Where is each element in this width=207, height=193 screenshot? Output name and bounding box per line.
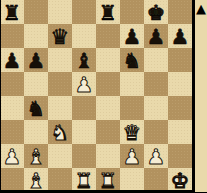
white-pawn: ♟ [123,145,142,169]
square-h6[interactable] [168,48,192,72]
square-d7[interactable] [72,24,96,48]
square-b4[interactable]: ♞ [24,96,48,120]
black-pawn: ♟ [147,25,166,49]
square-b3[interactable] [24,120,48,144]
square-c8[interactable] [48,0,72,24]
square-e3[interactable] [96,120,120,144]
black-pawn: ♟ [3,49,22,73]
square-a6[interactable]: ♟ [0,48,24,72]
square-f8[interactable] [120,0,144,24]
square-c1[interactable] [48,168,72,192]
chess-app-window: ♜♜♚♛♟♟♟♟♟♝♞♟♞♞♛♟♝♟♟♝♜♜♚ ▲ [0,0,207,192]
square-d3[interactable] [72,120,96,144]
black-knight: ♞ [123,49,142,73]
white-king: ♚ [171,169,190,193]
square-b1[interactable]: ♝ [24,168,48,192]
chess-board: ♜♜♚♛♟♟♟♟♟♝♞♟♞♞♛♟♝♟♟♝♜♜♚ [0,0,192,192]
board-bottom-border [0,190,192,192]
square-e1[interactable]: ♜ [96,168,120,192]
white-bishop: ♝ [27,169,46,193]
black-pawn: ♟ [171,25,190,49]
black-pawn: ♟ [123,25,142,49]
black-pawn: ♟ [27,49,46,73]
square-c5[interactable] [48,72,72,96]
white-queen: ♛ [123,121,142,145]
square-g6[interactable] [144,48,168,72]
square-g2[interactable]: ♟ [144,144,168,168]
square-c3[interactable]: ♞ [48,120,72,144]
square-d6[interactable]: ♝ [72,48,96,72]
white-bishop: ♝ [27,145,46,169]
square-h5[interactable] [168,72,192,96]
square-g5[interactable] [144,72,168,96]
square-g4[interactable] [144,96,168,120]
square-e8[interactable]: ♜ [96,0,120,24]
black-bishop: ♝ [75,49,94,73]
side-to-move-indicator-icon: ▲ [196,2,206,15]
square-a1[interactable] [0,168,24,192]
white-knight: ♞ [51,121,70,145]
square-c6[interactable] [48,48,72,72]
square-f3[interactable]: ♛ [120,120,144,144]
square-d5[interactable]: ♟ [72,72,96,96]
square-d2[interactable] [72,144,96,168]
square-c4[interactable] [48,96,72,120]
square-e6[interactable] [96,48,120,72]
square-h3[interactable] [168,120,192,144]
square-g7[interactable]: ♟ [144,24,168,48]
square-a3[interactable] [0,120,24,144]
square-f1[interactable] [120,168,144,192]
square-d8[interactable] [72,0,96,24]
square-g1[interactable] [144,168,168,192]
square-b7[interactable] [24,24,48,48]
square-f2[interactable]: ♟ [120,144,144,168]
black-rook: ♜ [99,1,118,25]
square-b5[interactable] [24,72,48,96]
square-f7[interactable]: ♟ [120,24,144,48]
square-h1[interactable]: ♚ [168,168,192,192]
square-h2[interactable] [168,144,192,168]
square-g8[interactable]: ♚ [144,0,168,24]
square-b2[interactable]: ♝ [24,144,48,168]
square-b8[interactable] [24,0,48,24]
white-pawn: ♟ [3,145,22,169]
square-d4[interactable] [72,96,96,120]
square-g3[interactable] [144,120,168,144]
square-f4[interactable] [120,96,144,120]
square-h7[interactable]: ♟ [168,24,192,48]
square-h4[interactable] [168,96,192,120]
square-f6[interactable]: ♞ [120,48,144,72]
square-e5[interactable] [96,72,120,96]
board-left-border [0,0,1,192]
square-d1[interactable]: ♜ [72,168,96,192]
white-rook: ♜ [99,169,118,193]
white-pawn: ♟ [75,73,94,97]
square-a4[interactable] [0,96,24,120]
square-a5[interactable] [0,72,24,96]
square-c2[interactable] [48,144,72,168]
square-b6[interactable]: ♟ [24,48,48,72]
white-rook: ♜ [75,169,94,193]
white-pawn: ♟ [147,145,166,169]
square-f5[interactable] [120,72,144,96]
square-e4[interactable] [96,96,120,120]
side-to-move-panel: ▲ [195,0,207,192]
black-king: ♚ [147,1,166,25]
square-c7[interactable]: ♛ [48,24,72,48]
square-a7[interactable] [0,24,24,48]
black-queen: ♛ [51,25,70,49]
square-e2[interactable] [96,144,120,168]
square-a8[interactable]: ♜ [0,0,24,24]
black-knight: ♞ [27,97,46,121]
square-e7[interactable] [96,24,120,48]
square-a2[interactable]: ♟ [0,144,24,168]
black-rook: ♜ [3,1,22,25]
square-h8[interactable] [168,0,192,24]
